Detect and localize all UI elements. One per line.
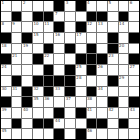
blocked-cell <box>76 22 86 32</box>
blocked-cell <box>33 54 43 64</box>
blocked-cell <box>1 33 11 43</box>
blocked-cell <box>22 87 32 97</box>
blocked-cell <box>22 33 32 43</box>
crossword-cell[interactable] <box>97 33 107 43</box>
crossword-cell[interactable] <box>119 108 129 118</box>
blocked-cell <box>129 33 139 43</box>
blocked-cell <box>87 12 97 22</box>
clue-number: 38 <box>87 97 92 101</box>
blocked-cell <box>87 44 97 54</box>
crossword-cell[interactable] <box>97 76 107 86</box>
clue-number: 28 <box>76 76 81 80</box>
crossword-cell[interactable]: 40 <box>22 108 32 118</box>
clue-number: 20 <box>119 44 124 48</box>
blocked-cell <box>54 108 64 118</box>
clue-number: 31 <box>12 87 17 91</box>
crossword-cell[interactable] <box>87 33 97 43</box>
crossword-cell[interactable] <box>76 12 86 22</box>
crossword-cell[interactable] <box>33 65 43 75</box>
crossword-cell[interactable] <box>129 129 139 139</box>
crossword-cell[interactable]: 44 <box>54 119 64 129</box>
blocked-cell <box>108 97 118 107</box>
crossword-cell[interactable] <box>76 44 86 54</box>
crossword-cell[interactable]: 22 <box>44 54 54 64</box>
clue-number: 9 <box>12 22 15 26</box>
crossword-cell[interactable] <box>65 12 75 22</box>
crossword-cell[interactable]: 39 <box>1 108 11 118</box>
crossword-cell[interactable] <box>65 129 75 139</box>
crossword-cell[interactable]: 38 <box>87 97 97 107</box>
clue-number: 11 <box>44 22 49 26</box>
crossword-cell[interactable] <box>1 76 11 86</box>
blocked-cell <box>129 97 139 107</box>
blocked-cell <box>44 87 54 97</box>
crossword-cell[interactable] <box>33 1 43 11</box>
crossword-cell[interactable] <box>108 87 118 97</box>
crossword-cell[interactable] <box>129 76 139 86</box>
crossword-cell[interactable] <box>108 22 118 32</box>
blocked-cell <box>1 54 11 64</box>
crossword-cell[interactable] <box>22 22 32 32</box>
clue-number: 36 <box>44 97 49 101</box>
blocked-cell <box>22 97 32 107</box>
blocked-cell <box>44 12 54 22</box>
crossword-cell[interactable]: 41 <box>87 108 97 118</box>
crossword-cell[interactable] <box>108 129 118 139</box>
clue-number: 29 <box>119 76 124 80</box>
blocked-cell <box>87 54 97 64</box>
blocked-cell <box>44 119 54 129</box>
crossword-cell[interactable]: 46 <box>87 129 97 139</box>
crossword-cell[interactable]: 6 <box>129 1 139 11</box>
clue-number: 44 <box>55 119 60 123</box>
crossword-cell[interactable]: 16 <box>54 33 64 43</box>
crossword-cell[interactable]: 5 <box>108 1 118 11</box>
clue-number: 33 <box>55 87 60 91</box>
crossword-cell[interactable]: 3 <box>65 1 75 11</box>
crossword-cell[interactable] <box>97 44 107 54</box>
crossword-cell[interactable]: 26 <box>97 65 107 75</box>
clue-number: 32 <box>34 87 39 91</box>
clue-number: 12 <box>87 22 92 26</box>
crossword-cell[interactable] <box>1 119 11 129</box>
crossword-cell[interactable] <box>12 108 22 118</box>
crossword-cell[interactable] <box>108 119 118 129</box>
crossword-cell[interactable] <box>44 129 54 139</box>
clue-number: 40 <box>23 108 28 112</box>
crossword-cell[interactable]: 37 <box>65 97 75 107</box>
crossword-cell[interactable]: 36 <box>44 97 54 107</box>
blocked-cell <box>33 12 43 22</box>
clue-number: 21 <box>12 54 17 58</box>
clue-number: 19 <box>23 44 28 48</box>
crossword-cell[interactable]: 30 <box>1 87 11 97</box>
blocked-cell <box>54 129 64 139</box>
crossword-cell[interactable]: 42 <box>108 108 118 118</box>
crossword-grid: 1234567891011121314151617181920212223242… <box>0 0 140 140</box>
crossword-cell[interactable] <box>1 12 11 22</box>
crossword-cell[interactable] <box>44 108 54 118</box>
crossword-cell[interactable]: 29 <box>119 76 129 86</box>
crossword-cell[interactable] <box>12 44 22 54</box>
crossword-cell[interactable]: 18 <box>1 44 11 54</box>
crossword-cell[interactable]: 33 <box>54 87 64 97</box>
blocked-cell <box>87 119 97 129</box>
clue-number: 5 <box>108 1 111 5</box>
crossword-cell[interactable] <box>129 87 139 97</box>
clue-number: 37 <box>66 97 71 101</box>
crossword-cell[interactable] <box>108 12 118 22</box>
crossword-cell[interactable] <box>54 54 64 64</box>
clue-number: 45 <box>2 129 7 133</box>
blocked-cell <box>76 54 86 64</box>
crossword-cell[interactable]: 15 <box>33 33 43 43</box>
crossword-cell[interactable] <box>97 97 107 107</box>
blocked-cell <box>108 44 118 54</box>
blocked-cell <box>12 12 22 22</box>
crossword-cell[interactable] <box>129 12 139 22</box>
crossword-cell[interactable] <box>97 129 107 139</box>
blocked-cell <box>65 65 75 75</box>
crossword-cell[interactable]: 27 <box>129 65 139 75</box>
blocked-cell <box>97 54 107 64</box>
crossword-cell[interactable]: 7 <box>54 12 64 22</box>
clue-number: 14 <box>119 22 124 26</box>
clue-number: 3 <box>66 1 69 5</box>
blocked-cell <box>65 44 75 54</box>
crossword-cell[interactable] <box>119 129 129 139</box>
blocked-cell <box>44 76 54 86</box>
crossword-cell[interactable] <box>119 33 129 43</box>
clue-number: 16 <box>55 33 60 37</box>
blocked-cell <box>76 1 86 11</box>
crossword-cell[interactable] <box>119 54 129 64</box>
crossword-cell[interactable] <box>119 87 129 97</box>
crossword-cell[interactable] <box>12 33 22 43</box>
crossword-cell[interactable] <box>54 44 64 54</box>
crossword-cell[interactable] <box>44 33 54 43</box>
clue-number: 10 <box>34 22 39 26</box>
blocked-cell <box>76 108 86 118</box>
blocked-cell <box>119 119 129 129</box>
clue-number: 26 <box>98 65 103 69</box>
blocked-cell <box>54 22 64 32</box>
clue-number: 13 <box>98 22 103 26</box>
blocked-cell <box>108 33 118 43</box>
crossword-cell[interactable]: 45 <box>1 129 11 139</box>
clue-number: 17 <box>76 33 81 37</box>
clue-number: 4 <box>87 1 90 5</box>
blocked-cell <box>44 44 54 54</box>
crossword-cell[interactable]: 11 <box>44 22 54 32</box>
crossword-cell[interactable]: 31 <box>12 87 22 97</box>
clue-number: 6 <box>130 1 133 5</box>
crossword-cell[interactable]: 28 <box>76 76 86 86</box>
crossword-cell[interactable]: 10 <box>33 22 43 32</box>
crossword-cell[interactable]: 8 <box>1 22 11 32</box>
clue-number: 2 <box>23 1 26 5</box>
blocked-cell <box>12 119 22 129</box>
crossword-cell[interactable] <box>33 108 43 118</box>
blocked-cell <box>97 119 107 129</box>
clue-number: 42 <box>108 108 113 112</box>
crossword-cell[interactable] <box>129 44 139 54</box>
blocked-cell <box>54 1 64 11</box>
crossword-cell[interactable] <box>65 119 75 129</box>
blocked-cell <box>65 87 75 97</box>
clue-number: 8 <box>2 22 5 26</box>
crossword-cell[interactable] <box>108 65 118 75</box>
crossword-cell[interactable]: 14 <box>119 22 129 32</box>
clue-number: 18 <box>2 44 7 48</box>
blocked-cell <box>119 12 129 22</box>
blocked-cell <box>76 129 86 139</box>
crossword-cell[interactable] <box>76 87 86 97</box>
blocked-cell <box>33 119 43 129</box>
clue-number: 46 <box>87 129 92 133</box>
crossword-cell[interactable] <box>97 108 107 118</box>
clue-number: 22 <box>44 54 49 58</box>
crossword-cell[interactable] <box>22 54 32 64</box>
crossword-cell[interactable]: 1 <box>1 1 11 11</box>
clue-number: 27 <box>130 65 135 69</box>
crossword-cell[interactable]: 35 <box>33 97 43 107</box>
crossword-cell[interactable] <box>65 54 75 64</box>
blocked-cell <box>129 54 139 64</box>
crossword-cell[interactable] <box>22 12 32 22</box>
crossword-cell[interactable]: 24 <box>1 65 11 75</box>
crossword-cell[interactable] <box>22 76 32 86</box>
crossword-cell[interactable] <box>76 97 86 107</box>
clue-number: 23 <box>108 54 113 58</box>
clue-number: 30 <box>2 87 7 91</box>
crossword-cell[interactable]: 4 <box>87 1 97 11</box>
crossword-cell[interactable] <box>129 119 139 129</box>
crossword-cell[interactable] <box>44 1 54 11</box>
crossword-cell[interactable] <box>54 65 64 75</box>
blocked-cell <box>97 12 107 22</box>
blocked-cell <box>54 76 64 86</box>
clue-number: 7 <box>55 12 58 16</box>
crossword-cell[interactable] <box>12 97 22 107</box>
crossword-cell[interactable] <box>129 22 139 32</box>
blocked-cell <box>44 65 54 75</box>
crossword-cell[interactable]: 34 <box>97 87 107 97</box>
crossword-cell[interactable] <box>119 65 129 75</box>
crossword-cell[interactable]: 9 <box>12 22 22 32</box>
clue-number: 24 <box>2 65 7 69</box>
blocked-cell <box>12 76 22 86</box>
crossword-cell[interactable] <box>22 129 32 139</box>
clue-number: 41 <box>87 108 92 112</box>
crossword-cell[interactable] <box>65 22 75 32</box>
crossword-cell[interactable]: 2 <box>22 1 32 11</box>
blocked-cell <box>87 87 97 97</box>
crossword-cell[interactable] <box>22 65 32 75</box>
crossword-cell[interactable]: 17 <box>76 33 86 43</box>
crossword-cell[interactable] <box>22 119 32 129</box>
crossword-cell[interactable] <box>65 33 75 43</box>
crossword-cell[interactable]: 21 <box>12 54 22 64</box>
crossword-cell[interactable]: 25 <box>76 65 86 75</box>
clue-number: 1 <box>2 1 5 5</box>
crossword-cell[interactable] <box>119 1 129 11</box>
clue-number: 35 <box>34 97 39 101</box>
crossword-cell[interactable] <box>87 76 97 86</box>
crossword-cell[interactable] <box>12 1 22 11</box>
crossword-cell[interactable]: 19 <box>22 44 32 54</box>
crossword-cell[interactable] <box>12 65 22 75</box>
crossword-cell[interactable] <box>65 108 75 118</box>
crossword-cell[interactable]: 43 <box>129 108 139 118</box>
crossword-board: 1234567891011121314151617181920212223242… <box>0 0 140 140</box>
blocked-cell <box>1 97 11 107</box>
crossword-cell[interactable] <box>97 1 107 11</box>
crossword-cell[interactable] <box>119 97 129 107</box>
blocked-cell <box>65 76 75 86</box>
clue-number: 39 <box>2 108 7 112</box>
crossword-cell[interactable]: 20 <box>119 44 129 54</box>
crossword-cell[interactable]: 23 <box>108 54 118 64</box>
clue-number: 43 <box>130 108 135 112</box>
crossword-cell[interactable]: 13 <box>97 22 107 32</box>
blocked-cell <box>33 76 43 86</box>
crossword-cell[interactable] <box>12 129 22 139</box>
blocked-cell <box>108 76 118 86</box>
crossword-cell[interactable]: 32 <box>33 87 43 97</box>
crossword-cell[interactable] <box>76 119 86 129</box>
crossword-cell[interactable] <box>33 44 43 54</box>
clue-number: 34 <box>98 87 103 91</box>
blocked-cell <box>87 65 97 75</box>
clue-number: 15 <box>34 33 39 37</box>
clue-number: 25 <box>76 65 81 69</box>
crossword-cell[interactable]: 12 <box>87 22 97 32</box>
crossword-cell[interactable] <box>54 97 64 107</box>
crossword-cell[interactable] <box>33 129 43 139</box>
